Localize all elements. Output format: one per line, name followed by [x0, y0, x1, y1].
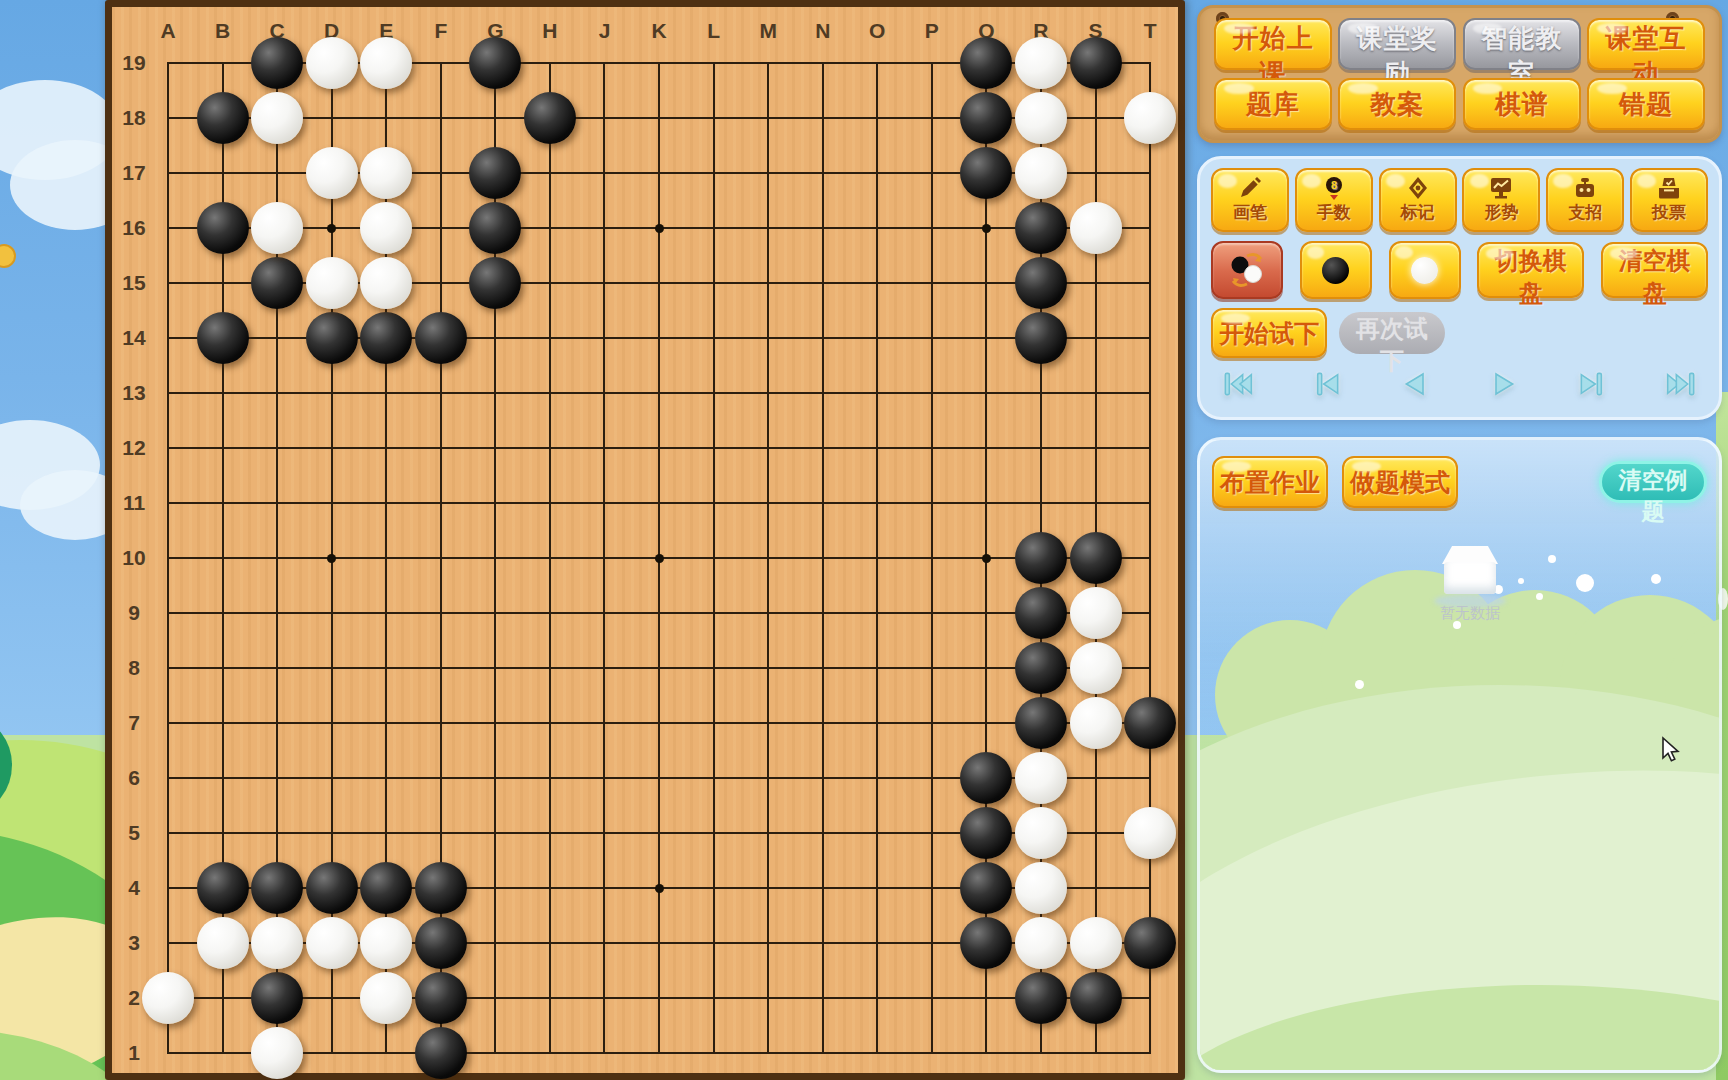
row-label: 8 [116, 656, 152, 680]
grid-line-horizontal [167, 667, 1151, 669]
black-stone-F14[interactable] [415, 312, 467, 364]
row-label: 19 [116, 51, 152, 75]
vote-ballot-icon [1656, 176, 1682, 200]
white-stone-R4[interactable] [1015, 862, 1067, 914]
white-stone-C16[interactable] [251, 202, 303, 254]
column-label: K [643, 19, 675, 43]
mouse-cursor [1660, 736, 1682, 766]
row-label: 7 [116, 711, 152, 735]
column-label: B [207, 19, 239, 43]
tool-label: 画笔 [1233, 201, 1267, 224]
marker-icon [1405, 176, 1431, 200]
row-label: 1 [116, 1041, 152, 1065]
column-label: J [588, 19, 620, 43]
white-stone-E17[interactable] [360, 147, 412, 199]
row-label: 11 [116, 491, 152, 515]
grid-line-horizontal [167, 722, 1151, 724]
alternate-color-toggle-button[interactable] [1211, 241, 1283, 299]
white-stone-D17[interactable] [306, 147, 358, 199]
black-stone-Q17[interactable] [960, 147, 1012, 199]
next-branch-icon [1573, 368, 1611, 400]
svg-text:8: 8 [1331, 179, 1337, 191]
black-stone-Q5[interactable] [960, 807, 1012, 859]
black-stone-B18[interactable] [197, 92, 249, 144]
white-stone-D19[interactable] [306, 37, 358, 89]
white-stone-D3[interactable] [306, 917, 358, 969]
grid-line-horizontal [167, 997, 1151, 999]
black-stone-E14[interactable] [360, 312, 412, 364]
black-stone-G17[interactable] [469, 147, 521, 199]
row-label: 12 [116, 436, 152, 460]
white-stone-C1[interactable] [251, 1027, 303, 1079]
clear-examples-button[interactable]: 清空例题 [1599, 461, 1707, 503]
black-stone-T3[interactable] [1124, 917, 1176, 969]
row-label: 13 [116, 381, 152, 405]
black-stone-Q3[interactable] [960, 917, 1012, 969]
black-stone-R10[interactable] [1015, 532, 1067, 584]
go-board[interactable]: A19B18C17D16E15F14G13H12J11K10L9M8N7O6P5… [105, 0, 1185, 1080]
black-stone-D14[interactable] [306, 312, 358, 364]
go-to-end-icon [1662, 368, 1700, 400]
black-stone-R16[interactable] [1015, 202, 1067, 254]
question-bank-button[interactable]: 题库 [1214, 78, 1332, 130]
white-stone-R5[interactable] [1015, 807, 1067, 859]
black-stone-S2[interactable] [1070, 972, 1122, 1024]
white-stone-E16[interactable] [360, 202, 412, 254]
lesson-plan-button[interactable]: 教案 [1338, 78, 1456, 130]
white-stone-R18[interactable] [1015, 92, 1067, 144]
empty-state-text: 暂无数据 [1410, 604, 1530, 623]
black-stone-C2[interactable] [251, 972, 303, 1024]
black-stone-icon [1322, 257, 1349, 284]
white-stone-E2[interactable] [360, 972, 412, 1024]
black-stone-C4[interactable] [251, 862, 303, 914]
star-point [327, 554, 336, 563]
white-stone-C3[interactable] [251, 917, 303, 969]
hint-tool-button[interactable]: 支招 [1546, 168, 1624, 232]
panel-scenery [1200, 440, 1719, 1070]
play-forward-button[interactable] [1485, 368, 1523, 403]
star-point [327, 224, 336, 233]
black-stone-C19[interactable] [251, 37, 303, 89]
hint-robot-icon [1572, 176, 1598, 200]
black-stone-R15[interactable] [1015, 257, 1067, 309]
row-label: 4 [116, 876, 152, 900]
step-back-button[interactable] [1396, 368, 1434, 403]
white-stone-S7[interactable] [1070, 697, 1122, 749]
black-stone-C15[interactable] [251, 257, 303, 309]
column-label: O [861, 19, 893, 43]
clear-board-button[interactable]: 清空棋盘 [1601, 242, 1708, 298]
class-rewards-button[interactable]: 课堂奖励 [1338, 18, 1456, 70]
grid-line-horizontal [167, 1052, 1151, 1054]
grid-line-vertical [931, 62, 933, 1054]
white-stone-S9[interactable] [1070, 587, 1122, 639]
black-white-toggle-icon [1227, 250, 1267, 290]
tool-label: 手数 [1317, 201, 1351, 224]
column-label: T [1134, 19, 1166, 43]
smart-classroom-button[interactable]: 智能教室 [1463, 18, 1581, 70]
row-label: 3 [116, 931, 152, 955]
row-label: 9 [116, 601, 152, 625]
black-stone-F3[interactable] [415, 917, 467, 969]
column-label: H [534, 19, 566, 43]
grid-line-horizontal [167, 612, 1151, 614]
black-stone-Q18[interactable] [960, 92, 1012, 144]
black-stone-S10[interactable] [1070, 532, 1122, 584]
white-stone-R3[interactable] [1015, 917, 1067, 969]
grid-line-vertical [876, 62, 878, 1054]
vote-tool-button[interactable]: 投票 [1630, 168, 1708, 232]
black-stone-B16[interactable] [197, 202, 249, 254]
empty-box-icon [1444, 562, 1496, 594]
row-label: 17 [116, 161, 152, 185]
next-branch-button[interactable] [1573, 368, 1611, 403]
black-stone-G15[interactable] [469, 257, 521, 309]
grid-line-vertical [1149, 62, 1151, 1054]
white-stone-T18[interactable] [1124, 92, 1176, 144]
white-stone-E15[interactable] [360, 257, 412, 309]
star-point [982, 224, 991, 233]
switch-board-button[interactable]: 切换棋盘 [1477, 242, 1584, 298]
row-label: 18 [116, 106, 152, 130]
start-class-button[interactable]: 开始上课 [1214, 18, 1332, 70]
white-stone-C18[interactable] [251, 92, 303, 144]
grid-line-vertical [822, 62, 824, 1054]
white-stone-T5[interactable] [1124, 807, 1176, 859]
pencil-icon [1237, 176, 1263, 200]
white-stone-button[interactable] [1389, 241, 1461, 299]
column-label: N [807, 19, 839, 43]
black-stone-F1[interactable] [415, 1027, 467, 1079]
pencil-tool-button[interactable]: 画笔 [1211, 168, 1289, 232]
wrong-questions-button[interactable]: 错题 [1587, 78, 1705, 130]
go-to-end-button[interactable] [1662, 368, 1700, 403]
black-stone-H18[interactable] [524, 92, 576, 144]
white-stone-B3[interactable] [197, 917, 249, 969]
territory-chart-icon [1488, 176, 1514, 200]
star-point [655, 224, 664, 233]
column-label: A [152, 19, 184, 43]
mark-tool-button[interactable]: 标记 [1379, 168, 1457, 232]
grid-line-vertical [713, 62, 715, 1054]
row-label: 6 [116, 766, 152, 790]
white-stone-S3[interactable] [1070, 917, 1122, 969]
play-forward-icon [1485, 368, 1523, 400]
white-stone-S16[interactable] [1070, 202, 1122, 254]
go-to-start-button[interactable] [1219, 368, 1257, 403]
territory-tool-button[interactable]: 形势 [1462, 168, 1540, 232]
white-stone-S8[interactable] [1070, 642, 1122, 694]
black-stone-B4[interactable] [197, 862, 249, 914]
tools-panel: 画笔 8 手数 标记 形势 [1197, 156, 1722, 420]
white-stone-E3[interactable] [360, 917, 412, 969]
black-stone-Q6[interactable] [960, 752, 1012, 804]
game-record-button[interactable]: 棋谱 [1463, 78, 1581, 130]
row-label: 14 [116, 326, 152, 350]
assign-homework-button[interactable]: 布置作业 [1212, 456, 1328, 508]
tool-label: 形势 [1484, 201, 1518, 224]
black-stone-R9[interactable] [1015, 587, 1067, 639]
quiz-mode-button[interactable]: 做题模式 [1342, 456, 1458, 508]
retry-trial-button[interactable]: 再次试下 [1339, 312, 1445, 354]
white-stone-E19[interactable] [360, 37, 412, 89]
row-label: 16 [116, 216, 152, 240]
app-window: A19B18C17D16E15F14G13H12J11K10L9M8N7O6P5… [0, 0, 1728, 1080]
white-stone-D15[interactable] [306, 257, 358, 309]
black-stone-T7[interactable] [1124, 697, 1176, 749]
column-label: P [916, 19, 948, 43]
black-stone-G19[interactable] [469, 37, 521, 89]
tool-label: 标记 [1401, 201, 1435, 224]
go-to-start-icon [1219, 368, 1257, 400]
black-stone-R2[interactable] [1015, 972, 1067, 1024]
row-label: 5 [116, 821, 152, 845]
white-stone-R6[interactable] [1015, 752, 1067, 804]
black-stone-F4[interactable] [415, 862, 467, 914]
previous-branch-button[interactable] [1308, 368, 1346, 403]
star-point [655, 884, 664, 893]
black-stone-B14[interactable] [197, 312, 249, 364]
class-interaction-button[interactable]: 课堂互动 [1587, 18, 1705, 70]
previous-branch-icon [1308, 368, 1346, 400]
row-label: 10 [116, 546, 152, 570]
move-numbers-tool-button[interactable]: 8 手数 [1295, 168, 1373, 232]
column-label: F [425, 19, 457, 43]
black-stone-F2[interactable] [415, 972, 467, 1024]
class-menu-panel: 开始上课 课堂奖励 智能教室 课堂互动 题库 教案 棋谱 错题 [1197, 5, 1722, 143]
black-stone-S19[interactable] [1070, 37, 1122, 89]
homework-panel: 布置作业 做题模式 清空例题 暂无数据 [1197, 437, 1722, 1073]
start-trial-button[interactable]: 开始试下 [1211, 308, 1327, 358]
white-stone-icon [1411, 257, 1438, 284]
black-stone-Q19[interactable] [960, 37, 1012, 89]
star-point [655, 554, 664, 563]
tool-label: 支招 [1568, 201, 1602, 224]
black-stone-D4[interactable] [306, 862, 358, 914]
white-stone-A2[interactable] [142, 972, 194, 1024]
black-stone-R7[interactable] [1015, 697, 1067, 749]
move-number-icon: 8 [1321, 176, 1347, 200]
black-stone-Q4[interactable] [960, 862, 1012, 914]
black-stone-E4[interactable] [360, 862, 412, 914]
tool-label: 投票 [1652, 201, 1686, 224]
step-back-icon [1396, 368, 1434, 400]
black-stone-R8[interactable] [1015, 642, 1067, 694]
white-stone-R17[interactable] [1015, 147, 1067, 199]
black-stone-G16[interactable] [469, 202, 521, 254]
black-stone-R14[interactable] [1015, 312, 1067, 364]
yellow-dot-decoration [0, 244, 16, 268]
white-stone-R19[interactable] [1015, 37, 1067, 89]
column-label: M [752, 19, 784, 43]
column-label: L [698, 19, 730, 43]
grid-line-vertical [767, 62, 769, 1054]
row-label: 15 [116, 271, 152, 295]
star-point [982, 554, 991, 563]
black-stone-button[interactable] [1300, 241, 1372, 299]
